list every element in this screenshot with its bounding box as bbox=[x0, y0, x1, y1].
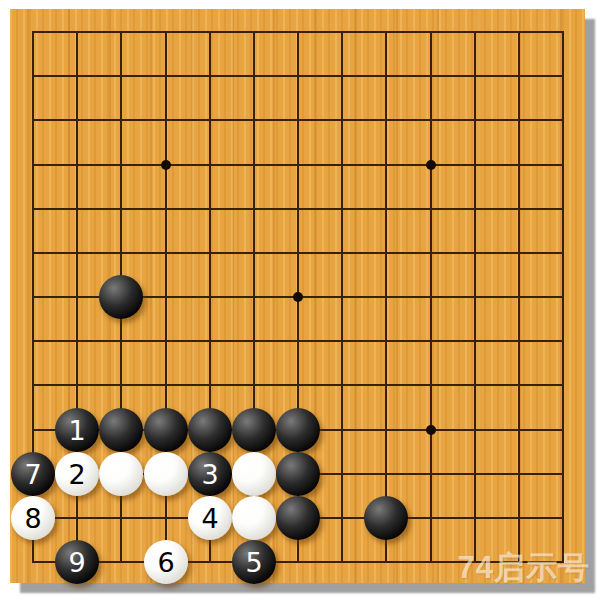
stone-black[interactable] bbox=[144, 408, 188, 452]
star-point bbox=[426, 160, 436, 170]
stone-black[interactable]: 7 bbox=[11, 452, 55, 496]
star-point bbox=[426, 425, 436, 435]
stone-white[interactable] bbox=[232, 452, 276, 496]
stone-white[interactable] bbox=[232, 496, 276, 540]
stone-move-number: 3 bbox=[201, 461, 218, 488]
grid-line-horizontal bbox=[32, 340, 564, 342]
stone-black[interactable] bbox=[364, 496, 408, 540]
stone-move-number: 8 bbox=[24, 505, 41, 532]
stone-move-number: 2 bbox=[68, 461, 85, 488]
grid-line-vertical bbox=[474, 31, 476, 563]
stone-white[interactable]: 2 bbox=[55, 452, 99, 496]
grid-line-vertical bbox=[562, 31, 564, 563]
stone-black[interactable] bbox=[188, 408, 232, 452]
stone-white[interactable]: 8 bbox=[11, 496, 55, 540]
stone-black[interactable]: 3 bbox=[188, 452, 232, 496]
stone-black[interactable]: 1 bbox=[55, 408, 99, 452]
stone-black[interactable] bbox=[276, 496, 320, 540]
star-point bbox=[161, 160, 171, 170]
stone-black[interactable] bbox=[276, 408, 320, 452]
grid-line-vertical bbox=[430, 31, 432, 563]
stone-move-number: 6 bbox=[157, 549, 174, 576]
grid-line-horizontal bbox=[32, 384, 564, 386]
stone-black[interactable]: 5 bbox=[232, 540, 276, 584]
stone-black[interactable] bbox=[99, 408, 143, 452]
stone-black[interactable] bbox=[99, 275, 143, 319]
stone-move-number: 9 bbox=[68, 549, 85, 576]
grid-line-vertical bbox=[341, 31, 343, 563]
stone-white[interactable]: 4 bbox=[188, 496, 232, 540]
grid-line-vertical bbox=[518, 31, 520, 563]
stone-black[interactable] bbox=[276, 452, 320, 496]
stone-black[interactable] bbox=[232, 408, 276, 452]
stone-white[interactable] bbox=[99, 452, 143, 496]
stone-move-number: 5 bbox=[245, 549, 262, 576]
stone-move-number: 7 bbox=[24, 461, 41, 488]
stone-white[interactable]: 6 bbox=[144, 540, 188, 584]
stone-black[interactable]: 9 bbox=[55, 540, 99, 584]
stone-white[interactable] bbox=[144, 452, 188, 496]
stone-move-number: 4 bbox=[201, 505, 218, 532]
go-board[interactable]: 172384965 bbox=[10, 9, 585, 583]
star-point bbox=[293, 292, 303, 302]
stone-move-number: 1 bbox=[68, 417, 85, 444]
grid-line-vertical bbox=[385, 31, 387, 563]
watermark: 74启示号 bbox=[458, 547, 590, 589]
